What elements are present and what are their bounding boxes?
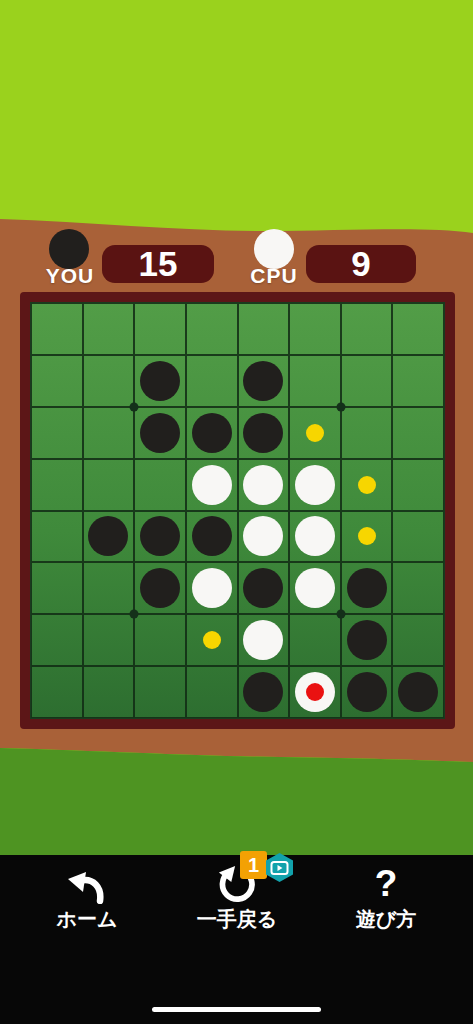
- cell-h6[interactable]: [392, 562, 444, 614]
- cpu-disc-icon: [254, 229, 294, 269]
- cell-f2[interactable]: [289, 355, 341, 407]
- cell-d4[interactable]: [186, 459, 238, 511]
- cell-a1[interactable]: [31, 303, 83, 355]
- cell-g6[interactable]: [341, 562, 393, 614]
- cell-g7[interactable]: [341, 614, 393, 666]
- cell-f1[interactable]: [289, 303, 341, 355]
- cpu-label: CPU: [236, 264, 312, 288]
- help-button-label: 遊び方: [356, 906, 416, 933]
- black-disc: [398, 672, 438, 712]
- othello-board: [20, 292, 455, 729]
- cell-d8[interactable]: [186, 666, 238, 718]
- cell-d2[interactable]: [186, 355, 238, 407]
- app-screen: YOU 15 CPU 9 ホーム 一手戻る: [0, 0, 473, 1024]
- cell-a4[interactable]: [31, 459, 83, 511]
- black-disc: [192, 516, 232, 556]
- cell-h7[interactable]: [392, 614, 444, 666]
- cell-a5[interactable]: [31, 511, 83, 563]
- cell-b7[interactable]: [83, 614, 135, 666]
- black-disc: [140, 361, 180, 401]
- you-label: YOU: [32, 264, 108, 288]
- cell-c8[interactable]: [134, 666, 186, 718]
- cell-h5[interactable]: [392, 511, 444, 563]
- cell-e7[interactable]: [238, 614, 290, 666]
- cell-a8[interactable]: [31, 666, 83, 718]
- cell-d6[interactable]: [186, 562, 238, 614]
- cell-b1[interactable]: [83, 303, 135, 355]
- last-move-marker: [306, 683, 324, 701]
- black-disc: [243, 413, 283, 453]
- white-disc: [192, 465, 232, 505]
- cell-b3[interactable]: [83, 407, 135, 459]
- cell-e8[interactable]: [238, 666, 290, 718]
- cell-f4[interactable]: [289, 459, 341, 511]
- white-disc: [295, 568, 335, 608]
- cell-c4[interactable]: [134, 459, 186, 511]
- cell-f6[interactable]: [289, 562, 341, 614]
- cell-g8[interactable]: [341, 666, 393, 718]
- grass-bottom-shape: [0, 748, 473, 856]
- legal-move-hint: [358, 476, 376, 494]
- black-disc: [88, 516, 128, 556]
- white-disc: [243, 516, 283, 556]
- cell-g4[interactable]: [341, 459, 393, 511]
- cell-e6[interactable]: [238, 562, 290, 614]
- white-disc-last-move: [295, 672, 335, 712]
- cell-e4[interactable]: [238, 459, 290, 511]
- cell-d7[interactable]: [186, 614, 238, 666]
- cell-e2[interactable]: [238, 355, 290, 407]
- cell-g2[interactable]: [341, 355, 393, 407]
- cell-b5[interactable]: [83, 511, 135, 563]
- cell-a7[interactable]: [31, 614, 83, 666]
- cell-e3[interactable]: [238, 407, 290, 459]
- cell-f7[interactable]: [289, 614, 341, 666]
- cell-a2[interactable]: [31, 355, 83, 407]
- black-disc: [347, 568, 387, 608]
- undo-count-badge: 1: [240, 851, 267, 879]
- white-disc: [192, 568, 232, 608]
- cell-h1[interactable]: [392, 303, 444, 355]
- cell-c7[interactable]: [134, 614, 186, 666]
- cell-c1[interactable]: [134, 303, 186, 355]
- cell-b4[interactable]: [83, 459, 135, 511]
- black-disc: [347, 620, 387, 660]
- board-grid: [30, 302, 445, 719]
- legal-move-hint: [306, 424, 324, 442]
- board-star-dot: [130, 402, 139, 411]
- white-disc: [295, 516, 335, 556]
- black-disc: [192, 413, 232, 453]
- legal-move-hint: [203, 631, 221, 649]
- undo-button-label: 一手戻る: [197, 906, 277, 933]
- cell-d3[interactable]: [186, 407, 238, 459]
- white-disc: [243, 620, 283, 660]
- black-disc: [140, 516, 180, 556]
- cell-e5[interactable]: [238, 511, 290, 563]
- legal-move-hint: [358, 527, 376, 545]
- cell-h3[interactable]: [392, 407, 444, 459]
- home-arrow-icon: [66, 862, 108, 904]
- black-disc: [140, 413, 180, 453]
- cell-g3[interactable]: [341, 407, 393, 459]
- cell-f8[interactable]: [289, 666, 341, 718]
- cell-d5[interactable]: [186, 511, 238, 563]
- home-button-label: ホーム: [57, 906, 118, 933]
- you-score: 15: [102, 245, 214, 283]
- black-disc: [140, 568, 180, 608]
- board-star-dot: [336, 610, 345, 619]
- cell-b2[interactable]: [83, 355, 135, 407]
- cell-c6[interactable]: [134, 562, 186, 614]
- cell-f5[interactable]: [289, 511, 341, 563]
- home-button[interactable]: ホーム: [17, 862, 157, 933]
- cell-g5[interactable]: [341, 511, 393, 563]
- black-disc: [243, 361, 283, 401]
- board-star-dot: [130, 610, 139, 619]
- cell-b6[interactable]: [83, 562, 135, 614]
- cell-a3[interactable]: [31, 407, 83, 459]
- cell-g1[interactable]: [341, 303, 393, 355]
- cell-c3[interactable]: [134, 407, 186, 459]
- white-disc: [295, 465, 335, 505]
- cell-h8[interactable]: [392, 666, 444, 718]
- white-disc: [243, 465, 283, 505]
- cell-c5[interactable]: [134, 511, 186, 563]
- black-disc: [243, 672, 283, 712]
- cell-f3[interactable]: [289, 407, 341, 459]
- you-disc-icon: [49, 229, 89, 269]
- black-disc: [347, 672, 387, 712]
- cell-h2[interactable]: [392, 355, 444, 407]
- cell-a6[interactable]: [31, 562, 83, 614]
- help-button[interactable]: ? 遊び方: [316, 862, 456, 933]
- cpu-score: 9: [306, 245, 416, 283]
- cell-c2[interactable]: [134, 355, 186, 407]
- board-star-dot: [336, 402, 345, 411]
- cell-e1[interactable]: [238, 303, 290, 355]
- home-indicator[interactable]: [152, 1007, 321, 1012]
- cell-d1[interactable]: [186, 303, 238, 355]
- black-disc: [243, 568, 283, 608]
- cell-b8[interactable]: [83, 666, 135, 718]
- question-mark-icon: ?: [375, 864, 398, 904]
- cell-h4[interactable]: [392, 459, 444, 511]
